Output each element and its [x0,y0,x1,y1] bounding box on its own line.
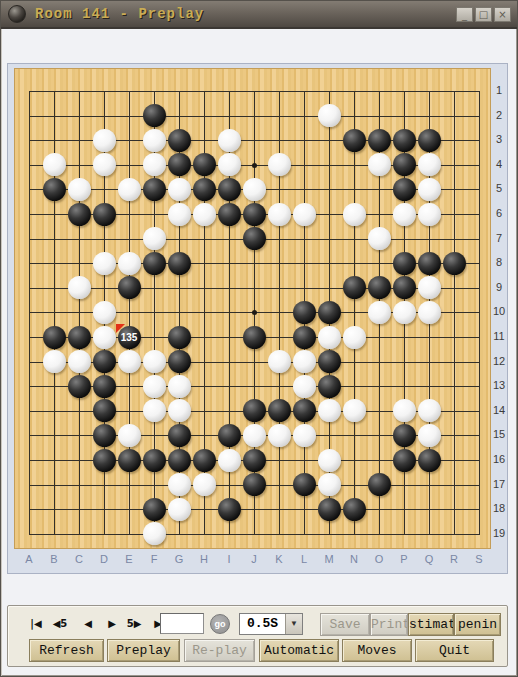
column-label: R [446,553,462,565]
star-point [252,163,257,168]
black-stone [193,178,216,201]
white-stone [343,326,366,349]
speed-select-value: 0.5S [240,614,285,634]
black-stone [43,326,66,349]
black-stone [318,375,341,398]
white-stone [168,375,191,398]
black-stone [393,449,416,472]
black-stone [393,424,416,447]
white-stone [393,203,416,226]
row-label: 7 [491,232,507,244]
black-stone [168,449,191,472]
white-stone [93,129,116,152]
column-label: N [346,553,362,565]
re-play-button[interactable]: Re-play [184,639,255,662]
white-stone [93,326,116,349]
white-stone [143,522,166,545]
black-stone [393,252,416,275]
black-stone [343,276,366,299]
black-stone [318,350,341,373]
black-stone: 135 [118,326,141,349]
white-stone [118,178,141,201]
grid-line [354,91,355,535]
black-stone [168,153,191,176]
row-label: 8 [491,256,507,268]
row-label: 13 [491,379,507,391]
white-stone [368,153,391,176]
white-stone [143,129,166,152]
black-stone [68,326,91,349]
white-stone [118,424,141,447]
nav-button-forward[interactable]: ▶ [100,614,124,632]
white-stone [318,399,341,422]
white-stone [418,178,441,201]
black-stone [293,301,316,324]
black-stone [68,203,91,226]
grid-line [29,534,480,535]
white-stone [218,129,241,152]
black-stone [393,129,416,152]
white-stone [268,424,291,447]
black-stone [168,129,191,152]
app-window: Room 141 - Preplay _ □ × |◀◀5◀▶5▶▶| go 0… [0,0,518,677]
grid-line [29,509,480,510]
penin-button[interactable]: penin [454,613,501,636]
column-label: B [46,553,62,565]
white-stone [418,424,441,447]
black-stone [318,301,341,324]
white-stone [293,424,316,447]
column-label: K [271,553,287,565]
black-stone [318,498,341,521]
black-stone [93,424,116,447]
nav-button-back5[interactable]: ◀5 [48,614,72,632]
black-stone [293,473,316,496]
black-stone [93,375,116,398]
moves-button[interactable]: Moves [342,639,412,662]
row-label: 14 [491,404,507,416]
white-stone [293,203,316,226]
row-label: 2 [491,109,507,121]
column-label: G [171,553,187,565]
white-stone [418,301,441,324]
black-stone [68,375,91,398]
black-stone [93,449,116,472]
black-stone [393,178,416,201]
nav-button-back[interactable]: ◀ [76,614,100,632]
black-stone [218,498,241,521]
black-stone [218,424,241,447]
app-logo-icon [8,5,26,23]
white-stone [343,203,366,226]
white-stone [118,252,141,275]
black-stone [118,449,141,472]
white-stone [268,350,291,373]
maximize-button[interactable]: □ [475,7,492,22]
black-stone [168,424,191,447]
white-stone [343,399,366,422]
white-stone [118,350,141,373]
white-stone [318,449,341,472]
save-button[interactable]: Save [320,613,370,636]
black-stone [393,153,416,176]
go-button[interactable]: go [210,614,230,634]
black-stone [293,326,316,349]
grid-line [454,91,455,535]
black-stone [143,498,166,521]
minimize-button[interactable]: _ [456,7,473,22]
white-stone [418,153,441,176]
column-label: I [221,553,237,565]
black-stone [443,252,466,275]
row-label: 16 [491,453,507,465]
white-stone [93,301,116,324]
black-stone [93,203,116,226]
row-label: 17 [491,478,507,490]
row-label: 6 [491,207,507,219]
white-stone [293,375,316,398]
black-stone [418,252,441,275]
row-label: 5 [491,182,507,194]
black-stone [193,153,216,176]
column-label: C [71,553,87,565]
move-number-input[interactable] [160,613,204,634]
white-stone [193,473,216,496]
white-stone [243,424,266,447]
white-stone [143,399,166,422]
white-stone [268,153,291,176]
white-stone [218,449,241,472]
white-stone [193,203,216,226]
white-stone [293,350,316,373]
black-stone [418,449,441,472]
white-stone [93,252,116,275]
column-label: L [296,553,312,565]
white-stone [68,350,91,373]
window-title: Room 141 - Preplay [35,6,204,22]
white-stone [168,498,191,521]
black-stone [418,129,441,152]
nav-button-forward5[interactable]: 5▶ [122,614,146,632]
white-stone [393,301,416,324]
white-stone [418,399,441,422]
nav-button-first[interactable]: |◀ [24,614,48,632]
black-stone [93,350,116,373]
white-stone [393,399,416,422]
white-stone [143,153,166,176]
black-stone [343,498,366,521]
white-stone [368,301,391,324]
row-label: 3 [491,133,507,145]
white-stone [418,203,441,226]
black-stone [368,473,391,496]
black-stone [168,350,191,373]
black-stone [168,252,191,275]
column-label: S [471,553,487,565]
white-stone [68,276,91,299]
white-stone [43,350,66,373]
column-label: M [321,553,337,565]
black-stone [243,449,266,472]
column-label: J [246,553,262,565]
column-label: A [21,553,37,565]
black-stone [243,227,266,250]
refresh-button[interactable]: Refresh [29,639,104,662]
black-stone [193,449,216,472]
black-stone [343,129,366,152]
white-stone [168,399,191,422]
black-stone [368,129,391,152]
column-label: Q [421,553,437,565]
row-label: 12 [491,355,507,367]
black-stone [368,276,391,299]
white-stone [243,178,266,201]
row-label: 10 [491,305,507,317]
white-stone [318,473,341,496]
toolbar: |◀◀5◀▶5▶▶| go 0.5S ▼ SavePrintstimatpeni… [7,605,508,667]
column-label: O [371,553,387,565]
print-button[interactable]: Print [370,613,408,636]
row-label: 15 [491,428,507,440]
white-stone [168,178,191,201]
white-stone [218,153,241,176]
row-label: 9 [491,281,507,293]
white-stone [168,473,191,496]
black-stone [143,449,166,472]
white-stone [318,326,341,349]
speed-select[interactable]: 0.5S ▼ [239,613,303,635]
row-label: 11 [491,330,507,342]
grid-line [479,91,480,535]
quit-button[interactable]: Quit [415,639,494,662]
stimat-button[interactable]: stimat [408,613,454,636]
black-stone [93,399,116,422]
black-stone [143,252,166,275]
column-label: H [196,553,212,565]
white-stone [368,227,391,250]
move-number-label: 135 [118,326,141,349]
black-stone [168,326,191,349]
black-stone [218,203,241,226]
star-point [252,310,257,315]
title-bar: Room 141 - Preplay _ □ × [1,1,517,29]
white-stone [418,276,441,299]
white-stone [43,153,66,176]
white-stone [143,227,166,250]
white-stone [318,104,341,127]
black-stone [393,276,416,299]
column-label: E [121,553,137,565]
automatic-button[interactable]: Automatic [259,639,339,662]
row-label: 1 [491,84,507,96]
preplay-button[interactable]: Preplay [107,639,180,662]
black-stone [243,326,266,349]
black-stone [118,276,141,299]
black-stone [268,399,291,422]
black-stone [243,399,266,422]
black-stone [293,399,316,422]
row-label: 4 [491,158,507,170]
black-stone [218,178,241,201]
close-button[interactable]: × [494,7,511,22]
column-label: P [396,553,412,565]
white-stone [168,203,191,226]
black-stone [143,104,166,127]
column-label: F [146,553,162,565]
white-stone [268,203,291,226]
black-stone [243,473,266,496]
white-stone [143,375,166,398]
chevron-down-icon[interactable]: ▼ [285,614,302,634]
white-stone [143,350,166,373]
black-stone [143,178,166,201]
white-stone [93,153,116,176]
black-stone [243,203,266,226]
row-label: 18 [491,502,507,514]
black-stone [43,178,66,201]
column-label: D [96,553,112,565]
white-stone [68,178,91,201]
row-label: 19 [491,527,507,539]
